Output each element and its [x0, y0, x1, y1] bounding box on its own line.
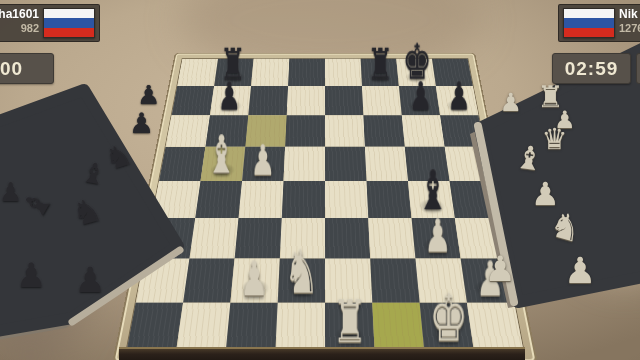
board-front-edge [119, 347, 525, 360]
piece-shadow [234, 269, 275, 300]
square-h7[interactable]: ♟ [436, 86, 479, 115]
square-d4[interactable] [282, 181, 325, 218]
piece-shadow [217, 65, 250, 84]
square-e1[interactable]: ♜ [325, 303, 375, 351]
side-panel-button-partial[interactable] [636, 53, 640, 84]
board-grid: ♜♜♚♟♟♟♝♟♝♟♟♞♟♜♚ [126, 59, 523, 351]
square-a2[interactable] [136, 258, 190, 302]
clock-right: 02:59 [552, 53, 631, 84]
square-e6[interactable] [325, 115, 365, 147]
captured-b-P-left-tray: ♟ [129, 110, 154, 138]
square-d8[interactable] [288, 59, 325, 86]
piece-shadow [329, 314, 371, 348]
square-h5[interactable] [445, 147, 491, 181]
square-d5[interactable] [284, 147, 326, 181]
captured-b-B-left-tray: ♝ [79, 158, 109, 190]
piece-shadow [403, 93, 437, 114]
captured-b-P-left-tray: ♟ [75, 263, 106, 298]
captured-w-Q-right-tray: ♛ [542, 125, 568, 154]
square-a5[interactable] [159, 147, 205, 181]
square-c3[interactable] [235, 218, 282, 258]
square-g2[interactable] [415, 258, 467, 302]
square-b4[interactable] [195, 181, 242, 218]
square-g4[interactable]: ♝ [408, 181, 455, 218]
piece-shadow [466, 269, 510, 300]
square-e3[interactable] [325, 218, 370, 258]
square-f1[interactable] [372, 303, 424, 351]
captured-w-R-right-tray: ♜ [537, 82, 564, 112]
square-h3[interactable] [455, 218, 506, 258]
player-rating-left: 982 [21, 22, 39, 35]
captured-b-P-left-tray: ♟ [0, 179, 22, 205]
square-h1[interactable] [467, 303, 524, 351]
square-a1[interactable] [126, 303, 183, 351]
square-f5[interactable] [365, 147, 408, 181]
square-c2[interactable]: ♟ [230, 258, 279, 302]
piece-shadow [282, 269, 322, 300]
game-screen: ♜♜♚♟♟♟♝♟♝♟♟♞♟♜♚ cha1601 982 3:00 Nik 127… [0, 0, 640, 360]
piece-shadow [412, 190, 451, 216]
player-rating-right: 1276 [619, 22, 640, 35]
square-f7[interactable] [362, 86, 402, 115]
square-b5[interactable]: ♝ [201, 147, 246, 181]
clock-left: 3:00 [0, 53, 54, 84]
square-e2[interactable] [325, 258, 372, 302]
captured-w-P-right-tray: ♟ [531, 178, 560, 210]
background-blur-blob [0, 150, 90, 360]
background-blur-blob [560, 120, 640, 280]
square-b6[interactable] [205, 115, 248, 147]
square-a7[interactable] [172, 86, 215, 115]
square-b3[interactable] [189, 218, 238, 258]
player-name-left: cha1601 [0, 8, 39, 22]
square-c1[interactable] [226, 303, 278, 351]
piece-black-B-g4[interactable]: ♝ [411, 164, 454, 218]
square-c6[interactable] [245, 115, 286, 147]
square-d6[interactable] [285, 115, 325, 147]
captured-b-N-left-tray: ♞ [101, 139, 136, 176]
square-d1[interactable] [275, 303, 325, 351]
player-plate-left: cha1601 982 [0, 4, 100, 42]
captured-w-P-right-tray: ♟ [564, 253, 596, 289]
player-name-right: Nik [619, 8, 640, 22]
square-e4[interactable] [325, 181, 368, 218]
square-g3[interactable]: ♟ [412, 218, 461, 258]
square-a3[interactable] [144, 218, 195, 258]
square-a8[interactable] [177, 59, 218, 86]
captured-w-B-right-tray: ♝ [513, 140, 546, 176]
square-c4[interactable] [238, 181, 283, 218]
square-a4[interactable] [152, 181, 201, 218]
square-b7[interactable]: ♟ [210, 86, 251, 115]
square-h8[interactable] [432, 59, 473, 86]
square-a6[interactable] [166, 115, 210, 147]
square-b8[interactable]: ♜ [214, 59, 254, 86]
russia-flag-icon-left [43, 8, 95, 38]
square-c7[interactable] [248, 86, 288, 115]
piece-shadow [440, 93, 475, 114]
piece-shadow [425, 314, 470, 348]
square-d3[interactable] [280, 218, 325, 258]
piece-shadow [416, 228, 457, 257]
square-g1[interactable]: ♚ [420, 303, 474, 351]
square-g7[interactable]: ♟ [399, 86, 440, 115]
piece-shadow [213, 93, 247, 114]
square-g8[interactable]: ♚ [396, 59, 436, 86]
captured-b-B-left-tray: ♝ [16, 185, 57, 225]
piece-shadow [204, 155, 241, 179]
square-d2[interactable]: ♞ [278, 258, 325, 302]
captured-b-P-left-tray: ♟ [16, 258, 46, 292]
square-g6[interactable] [402, 115, 445, 147]
square-c5[interactable]: ♟ [242, 147, 285, 181]
square-h2[interactable]: ♟ [461, 258, 515, 302]
captured-w-P-right-tray: ♟ [500, 90, 522, 115]
captured-w-P-right-tray: ♟ [554, 108, 576, 132]
russia-flag-icon-right [563, 8, 615, 38]
square-h4[interactable] [450, 181, 499, 218]
piece-shadow [364, 65, 396, 84]
square-c8[interactable] [251, 59, 289, 86]
square-b1[interactable] [176, 303, 230, 351]
square-f2[interactable] [370, 258, 419, 302]
piece-shadow [245, 155, 281, 179]
piece-shadow [400, 65, 433, 84]
square-f8[interactable]: ♜ [361, 59, 399, 86]
captured-w-N-right-tray: ♞ [546, 207, 585, 249]
square-f4[interactable] [367, 181, 412, 218]
chess-board: ♜♜♚♟♟♟♝♟♝♟♟♞♟♜♚ [114, 54, 535, 360]
square-b2[interactable] [183, 258, 235, 302]
player-plate-right: Nik 1276 [558, 4, 640, 42]
square-f3[interactable] [368, 218, 415, 258]
captured-b-N-left-tray: ♞ [68, 192, 105, 232]
square-e8[interactable] [325, 59, 362, 86]
square-g5[interactable] [405, 147, 450, 181]
square-h6[interactable] [440, 115, 484, 147]
square-e5[interactable] [325, 147, 367, 181]
square-f6[interactable] [363, 115, 404, 147]
square-e7[interactable] [325, 86, 363, 115]
square-d7[interactable] [287, 86, 325, 115]
captured-b-P-left-tray: ♟ [137, 82, 160, 108]
